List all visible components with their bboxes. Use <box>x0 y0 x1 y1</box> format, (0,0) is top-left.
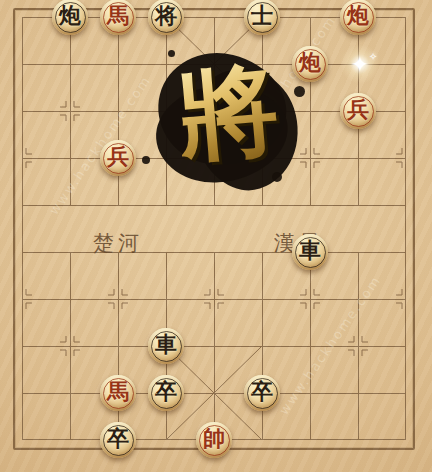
black-soldier-label: 卒 <box>155 381 177 403</box>
board-point[interactable] <box>118 64 166 111</box>
board-point[interactable] <box>358 346 406 393</box>
red-horse[interactable]: 馬 <box>100 0 136 35</box>
red-soldier-label: 兵 <box>107 146 129 168</box>
board-point[interactable] <box>310 299 358 346</box>
board-point[interactable] <box>166 111 214 158</box>
board-point[interactable] <box>214 252 262 299</box>
black-chariot-label: 車 <box>155 334 177 356</box>
black-general-label: 将 <box>155 5 177 27</box>
board-point[interactable] <box>22 158 70 205</box>
board-point[interactable] <box>358 299 406 346</box>
xiangqi-board: 楚河 漢界 www.hackhome.com www.hackhome.com … <box>0 0 432 472</box>
board-point[interactable] <box>70 64 118 111</box>
board-point[interactable] <box>262 158 310 205</box>
red-general-label: 帥 <box>203 428 225 450</box>
board-point[interactable] <box>22 393 70 440</box>
board-point[interactable] <box>310 346 358 393</box>
board-point[interactable] <box>358 393 406 440</box>
board-point[interactable] <box>70 299 118 346</box>
board-lattice <box>22 17 406 440</box>
black-soldier-label: 卒 <box>251 381 273 403</box>
board-point[interactable] <box>166 158 214 205</box>
board-point[interactable] <box>166 205 214 252</box>
black-advisor-label: 士 <box>251 5 273 27</box>
black-advisor[interactable]: 士 <box>244 0 280 35</box>
red-cannon[interactable]: 炮 <box>340 0 376 35</box>
red-horse[interactable]: 馬 <box>100 375 136 411</box>
board-point[interactable] <box>214 205 262 252</box>
black-chariot[interactable]: 車 <box>292 234 328 270</box>
black-soldier[interactable]: 卒 <box>100 422 136 458</box>
black-soldier-label: 卒 <box>107 428 129 450</box>
board-point[interactable] <box>22 252 70 299</box>
board-point[interactable] <box>214 158 262 205</box>
board-point[interactable] <box>310 393 358 440</box>
board-point[interactable] <box>358 252 406 299</box>
red-cannon[interactable]: 炮 <box>292 46 328 82</box>
red-soldier-label: 兵 <box>347 99 369 121</box>
board-point[interactable] <box>358 158 406 205</box>
board-point[interactable] <box>262 299 310 346</box>
board-point[interactable] <box>166 252 214 299</box>
black-chariot[interactable]: 車 <box>148 328 184 364</box>
red-soldier[interactable]: 兵 <box>340 93 376 129</box>
black-chariot-label: 車 <box>299 240 321 262</box>
black-soldier[interactable]: 卒 <box>244 375 280 411</box>
black-cannon[interactable]: 炮 <box>52 0 88 35</box>
board-point[interactable] <box>22 64 70 111</box>
black-cannon-label: 炮 <box>59 5 81 27</box>
board-point[interactable] <box>358 205 406 252</box>
board-point[interactable] <box>166 64 214 111</box>
red-soldier[interactable]: 兵 <box>100 140 136 176</box>
board-point[interactable] <box>22 346 70 393</box>
red-horse-label: 馬 <box>107 5 129 27</box>
board-point[interactable] <box>310 158 358 205</box>
board-point[interactable] <box>22 205 70 252</box>
board-point[interactable] <box>22 111 70 158</box>
black-general[interactable]: 将 <box>148 0 184 35</box>
board-point[interactable] <box>214 299 262 346</box>
black-soldier[interactable]: 卒 <box>148 375 184 411</box>
black-advisor[interactable]: 士 <box>244 93 280 129</box>
board-point[interactable] <box>70 252 118 299</box>
red-general[interactable]: 帥 <box>196 422 232 458</box>
board-point[interactable] <box>118 252 166 299</box>
red-cannon-label: 炮 <box>299 52 321 74</box>
board-point[interactable] <box>22 299 70 346</box>
red-horse-label: 馬 <box>107 381 129 403</box>
red-cannon-label: 炮 <box>347 5 369 27</box>
river-text-left: 楚河 <box>93 229 143 257</box>
black-advisor-label: 士 <box>251 99 273 121</box>
